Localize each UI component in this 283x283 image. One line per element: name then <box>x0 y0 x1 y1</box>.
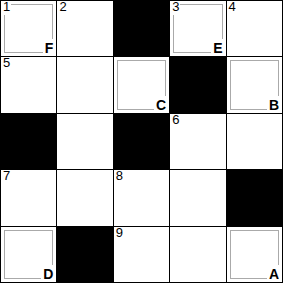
black-cell-r2c0 <box>1 114 56 169</box>
cell-letter-label: B <box>267 96 281 113</box>
cell-r3c0[interactable]: 7 <box>1 170 56 225</box>
black-cell-r3c4 <box>227 170 282 225</box>
cell-r0c1[interactable]: 2 <box>57 1 112 56</box>
black-cell-r2c2 <box>114 114 169 169</box>
clue-number: 1 <box>2 1 11 15</box>
crossword-grid: 1F23E45CB678D9A <box>0 0 283 283</box>
cell-r1c1[interactable] <box>57 57 112 112</box>
cell-letter-label: C <box>154 96 168 113</box>
clue-number: 3 <box>171 1 180 15</box>
cell-r0c3[interactable]: 3E <box>170 1 225 56</box>
cell-r4c2[interactable]: 9 <box>114 227 169 282</box>
cell-letter-label: F <box>43 39 56 56</box>
cell-r3c2[interactable]: 8 <box>114 170 169 225</box>
cell-r1c4[interactable]: B <box>227 57 282 112</box>
clue-number: 8 <box>115 170 124 184</box>
black-cell-r1c3 <box>170 57 225 112</box>
clue-number: 6 <box>171 114 180 128</box>
cell-letter-label: E <box>211 39 224 56</box>
black-cell-r4c1 <box>57 227 112 282</box>
clue-number: 2 <box>58 1 67 15</box>
clue-number: 4 <box>228 1 237 15</box>
cell-letter-label: D <box>41 265 55 282</box>
cell-r1c0[interactable]: 5 <box>1 57 56 112</box>
cell-r4c0[interactable]: D <box>1 227 56 282</box>
cell-r2c1[interactable] <box>57 114 112 169</box>
cell-r3c3[interactable] <box>170 170 225 225</box>
cell-r1c2[interactable]: C <box>114 57 169 112</box>
clue-number: 7 <box>2 170 11 184</box>
clue-number: 5 <box>2 57 11 71</box>
cell-r2c3[interactable]: 6 <box>170 114 225 169</box>
cell-r0c0[interactable]: 1F <box>1 1 56 56</box>
black-cell-r0c2 <box>114 1 169 56</box>
cell-letter-label: A <box>267 265 281 282</box>
cell-r3c1[interactable] <box>57 170 112 225</box>
cell-r4c4[interactable]: A <box>227 227 282 282</box>
cell-r4c3[interactable] <box>170 227 225 282</box>
cell-r0c4[interactable]: 4 <box>227 1 282 56</box>
clue-number: 9 <box>115 227 124 241</box>
cell-r2c4[interactable] <box>227 114 282 169</box>
